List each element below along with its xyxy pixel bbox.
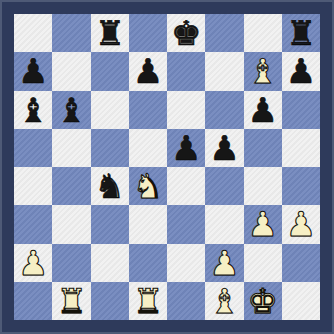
square-g6[interactable]: ♟: [244, 91, 282, 129]
square-f6[interactable]: [205, 91, 243, 129]
square-a2[interactable]: ♟: [14, 244, 52, 282]
piece-white-king-g1[interactable]: ♚: [247, 282, 277, 320]
square-g1[interactable]: ♚: [244, 282, 282, 320]
square-e3[interactable]: [167, 205, 205, 243]
square-b2[interactable]: [52, 244, 90, 282]
square-h3[interactable]: ♟: [282, 205, 320, 243]
square-a4[interactable]: [14, 167, 52, 205]
chess-board: ♜♚♜♟♟♝♟♝♝♟♟♟♞♞♟♟♟♟♜♜♝♚: [14, 14, 320, 320]
square-h4[interactable]: [282, 167, 320, 205]
square-e6[interactable]: [167, 91, 205, 129]
square-f2[interactable]: ♟: [205, 244, 243, 282]
square-a8[interactable]: [14, 14, 52, 52]
square-d4[interactable]: ♞: [129, 167, 167, 205]
square-d1[interactable]: ♜: [129, 282, 167, 320]
square-g5[interactable]: [244, 129, 282, 167]
piece-black-rook-c8[interactable]: ♜: [94, 14, 124, 52]
square-c5[interactable]: [91, 129, 129, 167]
square-e5[interactable]: ♟: [167, 129, 205, 167]
square-e8[interactable]: ♚: [167, 14, 205, 52]
piece-black-pawn-e5[interactable]: ♟: [171, 129, 201, 167]
square-c7[interactable]: [91, 52, 129, 90]
piece-black-pawn-d7[interactable]: ♟: [133, 52, 163, 90]
square-h2[interactable]: [282, 244, 320, 282]
square-c6[interactable]: [91, 91, 129, 129]
square-c4[interactable]: ♞: [91, 167, 129, 205]
square-d2[interactable]: [129, 244, 167, 282]
square-f8[interactable]: [205, 14, 243, 52]
square-b6[interactable]: ♝: [52, 91, 90, 129]
square-g7[interactable]: ♝: [244, 52, 282, 90]
square-a6[interactable]: ♝: [14, 91, 52, 129]
square-d8[interactable]: [129, 14, 167, 52]
piece-white-knight-d4[interactable]: ♞: [133, 167, 163, 205]
piece-black-pawn-a7[interactable]: ♟: [18, 52, 48, 90]
square-g8[interactable]: [244, 14, 282, 52]
piece-white-bishop-g7[interactable]: ♝: [247, 52, 277, 90]
square-f7[interactable]: [205, 52, 243, 90]
piece-white-pawn-a2[interactable]: ♟: [18, 244, 48, 282]
piece-white-pawn-f2[interactable]: ♟: [209, 244, 239, 282]
piece-white-bishop-f1[interactable]: ♝: [209, 282, 239, 320]
square-g3[interactable]: ♟: [244, 205, 282, 243]
square-c3[interactable]: [91, 205, 129, 243]
piece-black-bishop-a6[interactable]: ♝: [18, 91, 48, 129]
piece-white-rook-b1[interactable]: ♜: [56, 282, 86, 320]
piece-white-rook-d1[interactable]: ♜: [133, 282, 163, 320]
square-h6[interactable]: [282, 91, 320, 129]
square-b4[interactable]: [52, 167, 90, 205]
square-e4[interactable]: [167, 167, 205, 205]
square-h7[interactable]: ♟: [282, 52, 320, 90]
board-frame: ♜♚♜♟♟♝♟♝♝♟♟♟♞♞♟♟♟♟♜♜♝♚: [0, 0, 334, 334]
square-h8[interactable]: ♜: [282, 14, 320, 52]
piece-black-pawn-g6[interactable]: ♟: [247, 91, 277, 129]
square-d5[interactable]: [129, 129, 167, 167]
piece-black-pawn-f5[interactable]: ♟: [209, 129, 239, 167]
piece-black-knight-c4[interactable]: ♞: [94, 167, 124, 205]
square-d7[interactable]: ♟: [129, 52, 167, 90]
square-a5[interactable]: [14, 129, 52, 167]
square-a1[interactable]: [14, 282, 52, 320]
square-c1[interactable]: [91, 282, 129, 320]
square-f4[interactable]: [205, 167, 243, 205]
square-b5[interactable]: [52, 129, 90, 167]
square-g2[interactable]: [244, 244, 282, 282]
square-g4[interactable]: [244, 167, 282, 205]
square-f1[interactable]: ♝: [205, 282, 243, 320]
square-h1[interactable]: [282, 282, 320, 320]
square-d6[interactable]: [129, 91, 167, 129]
square-c8[interactable]: ♜: [91, 14, 129, 52]
square-b7[interactable]: [52, 52, 90, 90]
square-a3[interactable]: [14, 205, 52, 243]
square-a7[interactable]: ♟: [14, 52, 52, 90]
square-c2[interactable]: [91, 244, 129, 282]
square-d3[interactable]: [129, 205, 167, 243]
square-f3[interactable]: [205, 205, 243, 243]
square-e1[interactable]: [167, 282, 205, 320]
piece-black-king-e8[interactable]: ♚: [171, 14, 201, 52]
square-h5[interactable]: [282, 129, 320, 167]
square-e2[interactable]: [167, 244, 205, 282]
square-b1[interactable]: ♜: [52, 282, 90, 320]
square-b3[interactable]: [52, 205, 90, 243]
piece-black-pawn-h7[interactable]: ♟: [286, 52, 316, 90]
piece-white-pawn-g3[interactable]: ♟: [247, 205, 277, 243]
piece-white-pawn-h3[interactable]: ♟: [286, 205, 316, 243]
square-b8[interactable]: [52, 14, 90, 52]
square-f5[interactable]: ♟: [205, 129, 243, 167]
piece-black-rook-h8[interactable]: ♜: [286, 14, 316, 52]
square-e7[interactable]: [167, 52, 205, 90]
piece-black-bishop-b6[interactable]: ♝: [56, 91, 86, 129]
